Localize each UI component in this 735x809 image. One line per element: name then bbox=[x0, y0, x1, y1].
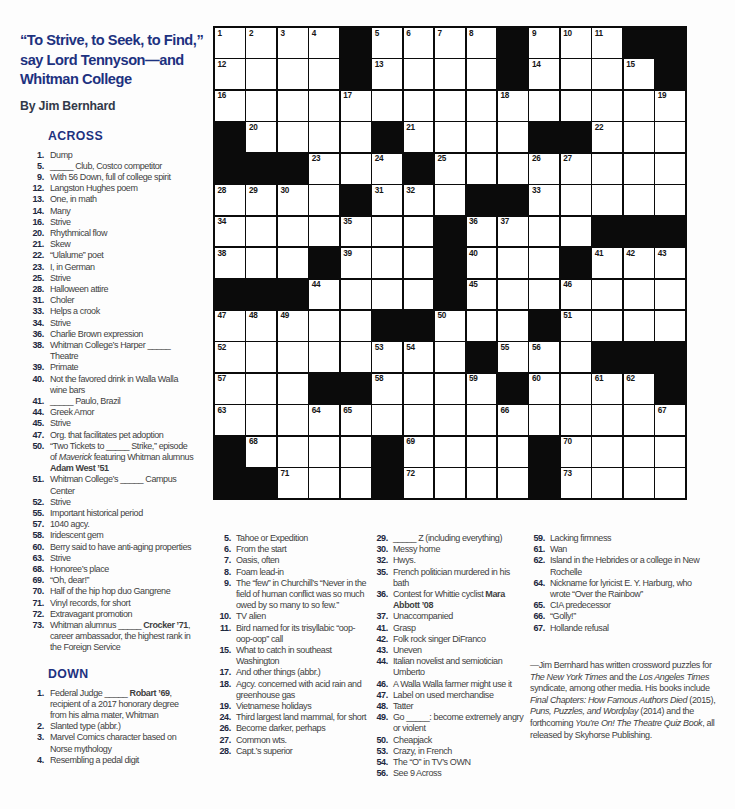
clue-number: 61. bbox=[525, 544, 550, 555]
clue-item: 72.Extravagant promotion bbox=[20, 609, 196, 620]
clue-text: Slanted type (abbr.) bbox=[50, 721, 196, 732]
grid-cell[interactable]: 6 bbox=[404, 28, 434, 58]
grid-cell[interactable] bbox=[372, 280, 402, 310]
clue-text: Resembling a pedal digit bbox=[50, 755, 196, 766]
black-cell bbox=[215, 122, 245, 152]
clue-item: 36.Charlie Brown expression bbox=[20, 329, 196, 340]
clue-number: 9. bbox=[20, 172, 50, 183]
grid-cell[interactable]: 68 bbox=[246, 437, 276, 467]
grid-cell[interactable]: 69 bbox=[404, 437, 434, 467]
cell-number: 53 bbox=[375, 343, 384, 352]
cell-number: 67 bbox=[658, 406, 667, 415]
clue-item: 71.Vinyl records, for short bbox=[20, 598, 196, 609]
grid-cell[interactable] bbox=[592, 154, 622, 184]
grid-cell[interactable]: 20 bbox=[246, 122, 276, 152]
grid-cell[interactable]: 67 bbox=[655, 405, 685, 435]
clue-number: 73. bbox=[20, 620, 50, 631]
grid-cell[interactable] bbox=[498, 468, 528, 498]
grid-cell[interactable] bbox=[529, 280, 559, 310]
grid-cell[interactable] bbox=[309, 185, 339, 215]
grid-cell[interactable] bbox=[592, 311, 622, 341]
grid-cell[interactable] bbox=[435, 91, 465, 121]
clue-number: 30. bbox=[368, 544, 393, 555]
clue-item: 61.Wan bbox=[525, 544, 713, 555]
black-cell bbox=[372, 122, 402, 152]
grid-cell[interactable]: 50 bbox=[435, 311, 465, 341]
cell-number: 56 bbox=[532, 343, 541, 352]
clue-item: 4.Resembling a pedal digit bbox=[20, 755, 196, 766]
cell-number: 1 bbox=[218, 29, 222, 38]
grid-cell[interactable]: 49 bbox=[278, 311, 308, 341]
black-cell bbox=[498, 59, 528, 89]
grid-cell[interactable] bbox=[246, 248, 276, 278]
grid-cell[interactable] bbox=[309, 59, 339, 89]
cell-number: 63 bbox=[218, 406, 227, 415]
grid-cell[interactable] bbox=[592, 437, 622, 467]
clue-text: Iridescent gem bbox=[50, 530, 196, 541]
grid-cell[interactable] bbox=[435, 122, 465, 152]
black-cell bbox=[624, 342, 654, 372]
crossword-grid: 1234567891011121314151617181920212223242… bbox=[213, 26, 687, 500]
clue-text: One, in math bbox=[50, 194, 196, 205]
black-cell bbox=[498, 374, 528, 404]
down-clue-column-1: 5.Tahoe or Expedition6.From the start7.O… bbox=[211, 533, 369, 757]
black-cell bbox=[404, 154, 434, 184]
grid-cell[interactable] bbox=[592, 59, 622, 89]
black-cell bbox=[624, 217, 654, 247]
grid-cell[interactable] bbox=[341, 154, 371, 184]
clue-text: Strive bbox=[50, 273, 196, 284]
grid-cell[interactable]: 27 bbox=[561, 154, 591, 184]
grid-cell[interactable]: 8 bbox=[467, 28, 497, 58]
grid-cell[interactable]: 66 bbox=[498, 405, 528, 435]
clue-text: 1040 agcy. bbox=[50, 519, 196, 530]
cell-number: 40 bbox=[469, 249, 478, 258]
grid-cell[interactable]: 25 bbox=[435, 154, 465, 184]
grid-cell[interactable] bbox=[246, 59, 276, 89]
grid-cell[interactable] bbox=[624, 154, 654, 184]
grid-cell[interactable] bbox=[592, 91, 622, 121]
grid-cell[interactable]: 30 bbox=[278, 185, 308, 215]
grid-cell[interactable]: 57 bbox=[215, 374, 245, 404]
grid-cell[interactable] bbox=[404, 91, 434, 121]
grid-cell[interactable] bbox=[435, 405, 465, 435]
grid-cell[interactable]: 48 bbox=[246, 311, 276, 341]
grid-cell[interactable] bbox=[278, 437, 308, 467]
clue-item: 64.Nickname for lyricist E. Y. Harburg, … bbox=[525, 578, 713, 600]
clue-text: Label on used merchandise bbox=[393, 690, 526, 701]
grid-cell[interactable] bbox=[278, 217, 308, 247]
grid-cell[interactable] bbox=[467, 405, 497, 435]
grid-cell[interactable] bbox=[278, 405, 308, 435]
grid-cell[interactable] bbox=[624, 405, 654, 435]
grid-cell[interactable] bbox=[309, 311, 339, 341]
grid-cell[interactable] bbox=[655, 311, 685, 341]
grid-cell[interactable] bbox=[435, 185, 465, 215]
grid-cell[interactable]: 33 bbox=[529, 185, 559, 215]
cell-number: 31 bbox=[375, 186, 384, 195]
grid-cell[interactable]: 40 bbox=[467, 248, 497, 278]
grid-cell[interactable] bbox=[341, 280, 371, 310]
grid-cell[interactable] bbox=[655, 437, 685, 467]
grid-cell[interactable] bbox=[529, 248, 559, 278]
clue-item: 32.Hwys. bbox=[368, 555, 526, 566]
grid-cell[interactable] bbox=[467, 468, 497, 498]
clue-item: 58.Iridescent gem bbox=[20, 530, 196, 541]
down-header: DOWN bbox=[48, 667, 216, 681]
cell-number: 17 bbox=[343, 91, 352, 100]
clue-number: 17. bbox=[211, 667, 236, 678]
grid-cell[interactable] bbox=[655, 122, 685, 152]
clue-text: See 9 Across bbox=[393, 768, 526, 779]
grid-cell[interactable]: 17 bbox=[341, 91, 371, 121]
clue-item: 20.Rhythmical flow bbox=[20, 228, 196, 239]
grid-cell[interactable]: 21 bbox=[404, 122, 434, 152]
clue-text: Oasis, often bbox=[236, 555, 369, 566]
grid-cell[interactable]: 55 bbox=[498, 342, 528, 372]
grid-cell[interactable]: 44 bbox=[309, 280, 339, 310]
grid-cell[interactable] bbox=[341, 122, 371, 152]
grid-cell[interactable]: 45 bbox=[467, 280, 497, 310]
black-cell bbox=[309, 374, 339, 404]
grid-cell[interactable]: 41 bbox=[592, 248, 622, 278]
grid-cell[interactable] bbox=[624, 280, 654, 310]
grid-cell[interactable]: 1 bbox=[215, 28, 245, 58]
grid-cell[interactable] bbox=[404, 374, 434, 404]
clue-item: 9.With 56 Down, full of college spirit bbox=[20, 172, 196, 183]
grid-cell[interactable] bbox=[246, 342, 276, 372]
clue-number: 12. bbox=[20, 183, 50, 194]
grid-cell[interactable] bbox=[561, 217, 591, 247]
grid-cell[interactable]: 60 bbox=[529, 374, 559, 404]
clue-item: 54.The “O” in TV’s OWN bbox=[368, 757, 526, 768]
clue-text: Capt.’s superior bbox=[236, 746, 369, 757]
grid-cell[interactable] bbox=[435, 374, 465, 404]
black-cell bbox=[561, 248, 591, 278]
grid-cell[interactable]: 72 bbox=[404, 468, 434, 498]
clue-text: Unaccompanied bbox=[393, 611, 526, 622]
grid-cell[interactable] bbox=[435, 437, 465, 467]
grid-cell[interactable]: 11 bbox=[592, 28, 622, 58]
grid-cell[interactable] bbox=[309, 468, 339, 498]
grid-cell[interactable] bbox=[498, 154, 528, 184]
grid-cell[interactable] bbox=[309, 342, 339, 372]
grid-cell[interactable] bbox=[561, 342, 591, 372]
grid-cell[interactable] bbox=[309, 122, 339, 152]
grid-cell[interactable]: 7 bbox=[435, 28, 465, 58]
grid-cell[interactable] bbox=[592, 468, 622, 498]
grid-cell[interactable]: 23 bbox=[309, 154, 339, 184]
grid-cell[interactable] bbox=[624, 122, 654, 152]
grid-cell[interactable] bbox=[592, 185, 622, 215]
grid-cell[interactable] bbox=[341, 468, 371, 498]
clue-text: “Oh, dear!” bbox=[50, 575, 196, 586]
clue-number: 11. bbox=[211, 623, 236, 634]
black-cell bbox=[435, 217, 465, 247]
clue-item: 6.From the start bbox=[211, 544, 369, 555]
clue-item: 40.Not the favored drink in Walla Walla … bbox=[20, 374, 196, 396]
grid-cell[interactable]: 14 bbox=[529, 59, 559, 89]
grid-cell[interactable] bbox=[498, 122, 528, 152]
grid-cell[interactable] bbox=[561, 91, 591, 121]
clue-text: Choler bbox=[50, 295, 196, 306]
grid-cell[interactable] bbox=[467, 59, 497, 89]
clue-number: 64. bbox=[525, 578, 550, 589]
black-cell bbox=[529, 468, 559, 498]
clue-number: 19. bbox=[211, 701, 236, 712]
grid-cell[interactable] bbox=[246, 91, 276, 121]
grid-cell[interactable] bbox=[309, 437, 339, 467]
grid-cell[interactable] bbox=[246, 217, 276, 247]
cell-number: 15 bbox=[626, 60, 635, 69]
grid-cell[interactable] bbox=[624, 311, 654, 341]
clue-item: 48.Tatter bbox=[368, 701, 526, 712]
black-cell bbox=[372, 311, 402, 341]
grid-cell[interactable]: 42 bbox=[624, 248, 654, 278]
grid-cell[interactable] bbox=[372, 405, 402, 435]
bold-text: Adam West ’51 bbox=[50, 463, 109, 473]
clue-text: What to catch in southeast Washington bbox=[236, 645, 369, 667]
grid-cell[interactable]: 10 bbox=[561, 28, 591, 58]
grid-cell[interactable] bbox=[372, 91, 402, 121]
grid-cell[interactable] bbox=[498, 437, 528, 467]
clue-item: 30.Messy home bbox=[368, 544, 526, 555]
clue-number: 29. bbox=[368, 533, 393, 544]
grid-cell[interactable] bbox=[561, 185, 591, 215]
grid-cell[interactable] bbox=[278, 342, 308, 372]
grid-cell[interactable] bbox=[278, 248, 308, 278]
clue-item: 47.Label on used merchandise bbox=[368, 690, 526, 701]
grid-cell[interactable]: 46 bbox=[561, 280, 591, 310]
grid-cell[interactable] bbox=[498, 248, 528, 278]
grid-cell[interactable]: 65 bbox=[341, 405, 371, 435]
cell-number: 73 bbox=[563, 469, 572, 478]
grid-cell[interactable]: 43 bbox=[655, 248, 685, 278]
grid-cell[interactable] bbox=[624, 185, 654, 215]
clue-text: The “O” in TV’s OWN bbox=[393, 757, 526, 768]
clue-item: 45.Strive bbox=[20, 418, 196, 429]
clue-number: 41. bbox=[368, 623, 393, 634]
grid-cell[interactable] bbox=[529, 405, 559, 435]
clue-text: _____ Club, Costco competitor bbox=[50, 161, 196, 172]
grid-cell[interactable] bbox=[655, 468, 685, 498]
grid-cell[interactable]: 32 bbox=[404, 185, 434, 215]
clue-item: 50.“Two Tickets to _____ Strike,” episod… bbox=[20, 441, 196, 475]
clue-item: 19.Vietnamese holidays bbox=[211, 701, 369, 712]
clue-text: Tatter bbox=[393, 701, 526, 712]
grid-cell[interactable]: 62 bbox=[624, 374, 654, 404]
grid-cell[interactable] bbox=[404, 280, 434, 310]
grid-cell[interactable] bbox=[592, 280, 622, 310]
grid-cell[interactable]: 70 bbox=[561, 437, 591, 467]
crossword-page: “To Strive, to Seek, to Find,” say Lord … bbox=[0, 0, 735, 809]
grid-cell[interactable] bbox=[655, 280, 685, 310]
clue-number: 69. bbox=[20, 575, 50, 586]
clue-number: 41. bbox=[20, 396, 50, 407]
grid-cell[interactable] bbox=[278, 374, 308, 404]
grid-cell[interactable]: 2 bbox=[246, 28, 276, 58]
clue-number: 65. bbox=[525, 600, 550, 611]
grid-cell[interactable] bbox=[278, 59, 308, 89]
cell-number: 11 bbox=[595, 29, 603, 38]
clue-text: Strive bbox=[50, 553, 196, 564]
grid-cell[interactable]: 18 bbox=[498, 91, 528, 121]
cell-number: 61 bbox=[595, 374, 604, 383]
grid-cell[interactable]: 16 bbox=[215, 91, 245, 121]
grid-cell[interactable]: 28 bbox=[215, 185, 245, 215]
grid-cell[interactable]: 54 bbox=[404, 342, 434, 372]
grid-cell[interactable] bbox=[498, 311, 528, 341]
cell-number: 36 bbox=[469, 217, 478, 226]
grid-cell[interactable] bbox=[341, 311, 371, 341]
grid-cell[interactable]: 59 bbox=[467, 374, 497, 404]
clue-number: 1. bbox=[20, 688, 50, 699]
grid-cell[interactable] bbox=[624, 437, 654, 467]
grid-cell[interactable] bbox=[467, 122, 497, 152]
cell-number: 71 bbox=[280, 469, 289, 478]
black-cell bbox=[592, 342, 622, 372]
clue-text: A Walla Walla farmer might use it bbox=[393, 679, 526, 690]
grid-cell[interactable] bbox=[655, 185, 685, 215]
grid-cell[interactable] bbox=[435, 342, 465, 372]
grid-cell[interactable] bbox=[246, 405, 276, 435]
cell-number: 68 bbox=[249, 437, 258, 446]
clue-number: 23. bbox=[20, 262, 50, 273]
clue-item: 9.The “few” in Churchill’s “Never in the… bbox=[211, 578, 369, 612]
cell-number: 62 bbox=[626, 374, 635, 383]
clue-text: Vinyl records, for short bbox=[50, 598, 196, 609]
clue-number: 25. bbox=[20, 273, 50, 284]
black-cell bbox=[467, 342, 497, 372]
grid-cell[interactable]: 29 bbox=[246, 185, 276, 215]
clue-number: 58. bbox=[20, 530, 50, 541]
clue-number: 28. bbox=[211, 746, 236, 757]
clue-text: Become darker, perhaps bbox=[236, 723, 369, 734]
clue-text: Whitman College’s Harper _____ Theatre bbox=[50, 340, 196, 362]
grid-cell[interactable] bbox=[561, 374, 591, 404]
grid-cell[interactable]: 71 bbox=[278, 468, 308, 498]
grid-cell[interactable]: 31 bbox=[372, 185, 402, 215]
grid-cell[interactable] bbox=[341, 437, 371, 467]
clue-number: 72. bbox=[20, 609, 50, 620]
grid-cell[interactable] bbox=[624, 91, 654, 121]
grid-cell[interactable] bbox=[435, 468, 465, 498]
grid-cell[interactable]: 4 bbox=[309, 28, 339, 58]
grid-cell[interactable] bbox=[404, 59, 434, 89]
grid-cell[interactable]: 34 bbox=[215, 217, 245, 247]
grid-cell[interactable]: 15 bbox=[624, 59, 654, 89]
clue-number: 22. bbox=[20, 250, 50, 261]
grid-cell[interactable]: 61 bbox=[592, 374, 622, 404]
clue-item: 51.Whitman College’s _____ Campus Center bbox=[20, 474, 196, 496]
grid-cell[interactable] bbox=[467, 91, 497, 121]
grid-cell[interactable] bbox=[309, 91, 339, 121]
grid-cell[interactable] bbox=[278, 122, 308, 152]
grid-cell[interactable] bbox=[467, 437, 497, 467]
grid-cell[interactable] bbox=[404, 217, 434, 247]
grid-cell[interactable] bbox=[278, 91, 308, 121]
grid-cell[interactable] bbox=[404, 248, 434, 278]
grid-cell[interactable] bbox=[592, 405, 622, 435]
grid-cell[interactable]: 5 bbox=[372, 28, 402, 58]
clue-item: 8.Foam lead-in bbox=[211, 567, 369, 578]
grid-cell[interactable] bbox=[467, 154, 497, 184]
clue-item: 69.“Oh, dear!” bbox=[20, 575, 196, 586]
clue-text: Agcy. concerned with acid rain and green… bbox=[236, 679, 369, 701]
grid-cell[interactable]: 3 bbox=[278, 28, 308, 58]
grid-cell[interactable]: 24 bbox=[372, 154, 402, 184]
grid-cell[interactable] bbox=[341, 342, 371, 372]
grid-cell[interactable]: 58 bbox=[372, 374, 402, 404]
grid-cell[interactable]: 52 bbox=[215, 342, 245, 372]
grid-cell[interactable] bbox=[435, 59, 465, 89]
clue-item: 66.“Golly!” bbox=[525, 611, 713, 622]
grid-cell[interactable]: 13 bbox=[372, 59, 402, 89]
grid-cell[interactable]: 39 bbox=[341, 248, 371, 278]
grid-cell[interactable]: 22 bbox=[592, 122, 622, 152]
clue-number: 39. bbox=[20, 362, 50, 373]
clue-item: 21.Skew bbox=[20, 239, 196, 250]
cell-number: 46 bbox=[563, 280, 572, 289]
clue-text: _____ Paulo, Brazil bbox=[50, 396, 196, 407]
grid-cell[interactable] bbox=[561, 405, 591, 435]
grid-cell[interactable] bbox=[246, 374, 276, 404]
grid-cell[interactable]: 37 bbox=[498, 217, 528, 247]
grid-cell[interactable]: 36 bbox=[467, 217, 497, 247]
grid-cell[interactable]: 51 bbox=[561, 311, 591, 341]
grid-cell[interactable] bbox=[467, 311, 497, 341]
black-cell bbox=[278, 154, 308, 184]
grid-cell[interactable]: 35 bbox=[341, 217, 371, 247]
grid-cell[interactable]: 73 bbox=[561, 468, 591, 498]
grid-cell[interactable]: 47 bbox=[215, 311, 245, 341]
clue-number: 21. bbox=[20, 239, 50, 250]
black-cell bbox=[655, 59, 685, 89]
grid-cell[interactable]: 53 bbox=[372, 342, 402, 372]
clue-number: 3. bbox=[20, 732, 50, 743]
grid-cell[interactable]: 38 bbox=[215, 248, 245, 278]
cell-number: 26 bbox=[532, 154, 541, 163]
grid-cell[interactable]: 56 bbox=[529, 342, 559, 372]
grid-cell[interactable] bbox=[529, 91, 559, 121]
grid-cell[interactable]: 26 bbox=[529, 154, 559, 184]
grid-cell[interactable]: 64 bbox=[309, 405, 339, 435]
cell-number: 37 bbox=[500, 217, 509, 226]
cell-number: 9 bbox=[532, 29, 536, 38]
cell-number: 6 bbox=[406, 29, 410, 38]
grid-cell[interactable]: 12 bbox=[215, 59, 245, 89]
grid-cell[interactable]: 63 bbox=[215, 405, 245, 435]
cell-number: 23 bbox=[312, 154, 321, 163]
cell-number: 54 bbox=[406, 343, 415, 352]
grid-cell[interactable] bbox=[624, 468, 654, 498]
grid-cell[interactable] bbox=[529, 217, 559, 247]
grid-cell[interactable] bbox=[655, 154, 685, 184]
grid-cell[interactable] bbox=[404, 405, 434, 435]
grid-cell[interactable] bbox=[372, 217, 402, 247]
grid-cell[interactable] bbox=[372, 248, 402, 278]
clue-item: 33.Helps a crook bbox=[20, 306, 196, 317]
grid-cell[interactable] bbox=[498, 280, 528, 310]
clue-number: 62. bbox=[525, 555, 550, 566]
grid-cell[interactable] bbox=[561, 59, 591, 89]
grid-cell[interactable]: 9 bbox=[529, 28, 559, 58]
black-cell bbox=[215, 468, 245, 498]
grid-cell[interactable]: 19 bbox=[655, 91, 685, 121]
grid-cell[interactable] bbox=[309, 217, 339, 247]
cell-number: 21 bbox=[406, 123, 415, 132]
cell-number: 30 bbox=[280, 186, 289, 195]
